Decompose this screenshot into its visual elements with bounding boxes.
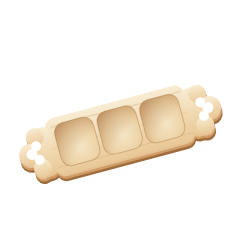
tray-group (12, 75, 230, 192)
wooden-tray-illustration (0, 0, 240, 240)
photo-canvas (0, 0, 240, 240)
